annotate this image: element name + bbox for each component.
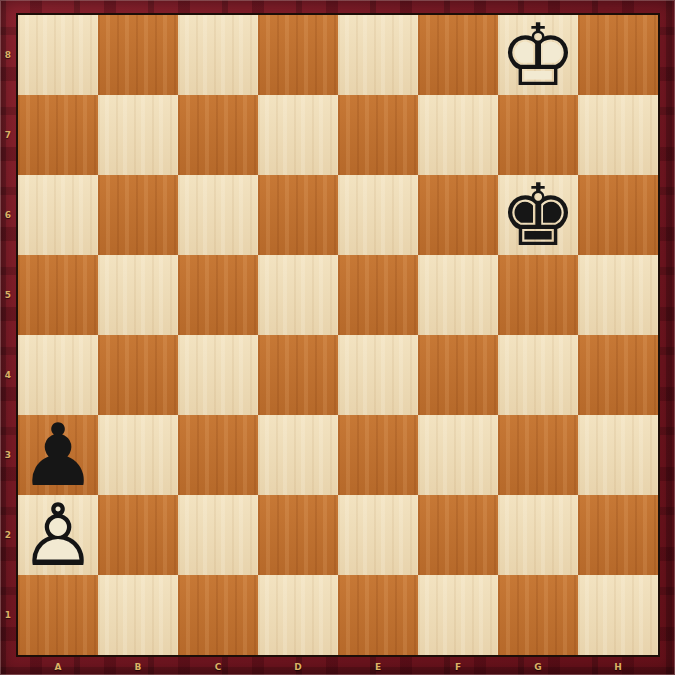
- square-c8[interactable]: [178, 15, 258, 95]
- square-d1[interactable]: [258, 575, 338, 655]
- square-e7[interactable]: [338, 95, 418, 175]
- white-king-outline: ♔: [499, 15, 576, 95]
- square-c1[interactable]: [178, 575, 258, 655]
- piece-white-pawn[interactable]: ♟♙: [18, 495, 98, 575]
- square-h5[interactable]: [578, 255, 658, 335]
- chess-board-frame: ♚♔♚♟♟♙ 87654321 ABCDEFGH: [0, 0, 675, 675]
- rank-label-7: 7: [0, 95, 16, 175]
- rank-label-4: 4: [0, 335, 16, 415]
- square-h6[interactable]: [578, 175, 658, 255]
- square-d5[interactable]: [258, 255, 338, 335]
- square-g2[interactable]: [498, 495, 578, 575]
- square-h7[interactable]: [578, 95, 658, 175]
- square-h1[interactable]: [578, 575, 658, 655]
- square-f1[interactable]: [418, 575, 498, 655]
- square-g5[interactable]: [498, 255, 578, 335]
- square-b4[interactable]: [98, 335, 178, 415]
- file-label-e: E: [338, 659, 418, 675]
- square-c6[interactable]: [178, 175, 258, 255]
- square-a4[interactable]: [18, 335, 98, 415]
- rank-label-8: 8: [0, 15, 16, 95]
- square-g3[interactable]: [498, 415, 578, 495]
- square-e1[interactable]: [338, 575, 418, 655]
- square-g7[interactable]: [498, 95, 578, 175]
- square-f8[interactable]: [418, 15, 498, 95]
- square-f7[interactable]: [418, 95, 498, 175]
- square-a3[interactable]: ♟: [18, 415, 98, 495]
- square-h3[interactable]: [578, 415, 658, 495]
- square-g8[interactable]: ♚♔: [498, 15, 578, 95]
- square-b2[interactable]: [98, 495, 178, 575]
- file-label-f: F: [418, 659, 498, 675]
- square-c4[interactable]: [178, 335, 258, 415]
- square-f3[interactable]: [418, 415, 498, 495]
- file-label-d: D: [258, 659, 338, 675]
- square-f5[interactable]: [418, 255, 498, 335]
- square-d2[interactable]: [258, 495, 338, 575]
- square-e4[interactable]: [338, 335, 418, 415]
- square-b7[interactable]: [98, 95, 178, 175]
- rank-label-1: 1: [0, 575, 16, 655]
- file-label-g: G: [498, 659, 578, 675]
- square-a1[interactable]: [18, 575, 98, 655]
- file-label-b: B: [98, 659, 178, 675]
- black-pawn-glyph: ♟: [19, 415, 96, 495]
- square-d7[interactable]: [258, 95, 338, 175]
- piece-black-pawn[interactable]: ♟: [18, 415, 98, 495]
- square-d6[interactable]: [258, 175, 338, 255]
- file-label-c: C: [178, 659, 258, 675]
- square-e6[interactable]: [338, 175, 418, 255]
- rank-label-5: 5: [0, 255, 16, 335]
- square-e8[interactable]: [338, 15, 418, 95]
- square-b3[interactable]: [98, 415, 178, 495]
- square-b8[interactable]: [98, 15, 178, 95]
- square-a5[interactable]: [18, 255, 98, 335]
- black-king-glyph: ♚: [499, 175, 576, 255]
- square-c3[interactable]: [178, 415, 258, 495]
- square-e3[interactable]: [338, 415, 418, 495]
- square-d4[interactable]: [258, 335, 338, 415]
- square-c2[interactable]: [178, 495, 258, 575]
- square-f6[interactable]: [418, 175, 498, 255]
- file-label-h: H: [578, 659, 658, 675]
- piece-black-king[interactable]: ♚: [498, 175, 578, 255]
- rank-label-6: 6: [0, 175, 16, 255]
- rank-label-2: 2: [0, 495, 16, 575]
- square-h4[interactable]: [578, 335, 658, 415]
- square-b5[interactable]: [98, 255, 178, 335]
- square-g6[interactable]: ♚: [498, 175, 578, 255]
- square-a6[interactable]: [18, 175, 98, 255]
- square-e5[interactable]: [338, 255, 418, 335]
- square-g1[interactable]: [498, 575, 578, 655]
- square-h8[interactable]: [578, 15, 658, 95]
- square-c5[interactable]: [178, 255, 258, 335]
- square-g4[interactable]: [498, 335, 578, 415]
- square-f4[interactable]: [418, 335, 498, 415]
- square-d8[interactable]: [258, 15, 338, 95]
- square-e2[interactable]: [338, 495, 418, 575]
- square-c7[interactable]: [178, 95, 258, 175]
- square-a2[interactable]: ♟♙: [18, 495, 98, 575]
- white-pawn-outline: ♙: [19, 495, 96, 575]
- square-b1[interactable]: [98, 575, 178, 655]
- square-f2[interactable]: [418, 495, 498, 575]
- square-h2[interactable]: [578, 495, 658, 575]
- file-label-a: A: [18, 659, 98, 675]
- square-b6[interactable]: [98, 175, 178, 255]
- square-a7[interactable]: [18, 95, 98, 175]
- square-d3[interactable]: [258, 415, 338, 495]
- chess-board: ♚♔♚♟♟♙: [16, 13, 660, 657]
- piece-white-king[interactable]: ♚♔: [498, 15, 578, 95]
- square-a8[interactable]: [18, 15, 98, 95]
- rank-label-3: 3: [0, 415, 16, 495]
